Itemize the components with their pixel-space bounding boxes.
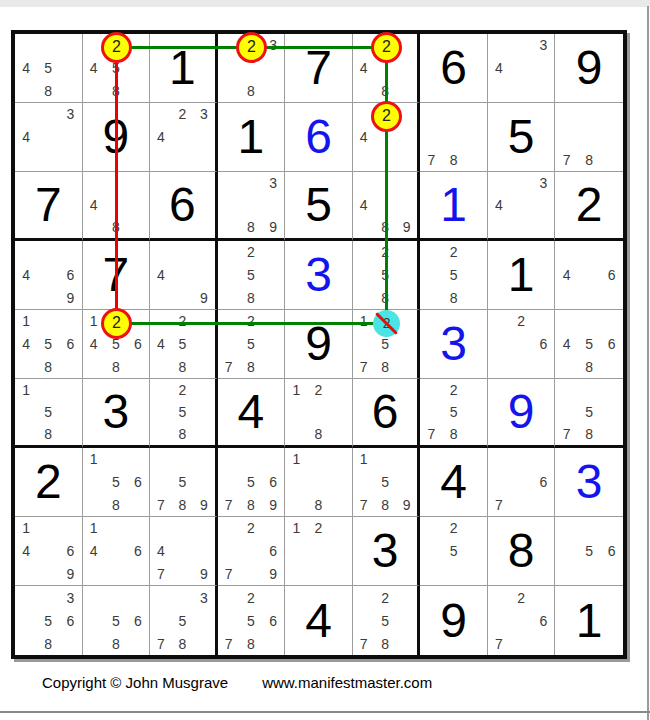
cell-r3c8[interactable]: 34 [488, 172, 556, 241]
candidate-digit: 8 [578, 355, 601, 378]
candidate-digit: 5 [374, 609, 396, 632]
candidate-digit: 8 [374, 632, 396, 655]
candidate-grid: 3568 [15, 586, 82, 655]
candidate-digit: 2 [307, 517, 329, 540]
solved-digit-blue: 3 [576, 458, 603, 506]
candidate-digit: 7 [218, 562, 240, 585]
cell-r8c5[interactable]: 12 [285, 517, 353, 586]
solved-digit: 2 [576, 181, 603, 229]
solved-digit: 1 [238, 113, 265, 161]
candidate-grid: 1469 [15, 517, 82, 585]
footer: Copyright © John Musgrave www.manifestma… [42, 674, 432, 691]
candidate-digit: 8 [240, 216, 262, 238]
candidate-digit: 8 [37, 355, 59, 378]
cell-r5c1[interactable]: 14568 [15, 310, 83, 379]
candidate-digit: 6 [532, 471, 554, 494]
candidate-grid: 234 [150, 103, 215, 171]
cell-r9c6[interactable]: 2578 [353, 586, 421, 655]
candidate-digit: 6 [600, 264, 623, 287]
solved-digit-blue: 1 [440, 181, 467, 229]
candidate-grid: 458 [15, 34, 82, 102]
candidate-digit: 4 [150, 333, 172, 356]
cell-r3c9[interactable]: 2 [555, 172, 623, 241]
candidate-digit: 8 [105, 493, 127, 516]
candidate-grid: 34 [488, 172, 555, 238]
candidate-grid: 389 [218, 172, 285, 238]
solved-digit-blue: 6 [305, 113, 332, 161]
cell-r3c3[interactable]: 6 [150, 172, 218, 241]
candidate-digit: 8 [578, 148, 601, 171]
candidate-digit: 8 [37, 79, 59, 102]
cell-r1c8[interactable]: 34 [488, 34, 556, 103]
candidate-digit: 3 [532, 34, 554, 57]
candidate-grid: 25 [420, 517, 487, 585]
cell-r9c9[interactable]: 1 [555, 586, 623, 655]
candidate-digit: 2 [172, 103, 194, 126]
candidate-digit: 5 [578, 540, 601, 563]
candidate-digit: 4 [488, 57, 510, 80]
candidate-digit: 4 [555, 333, 578, 356]
candidate-digit: 6 [127, 609, 149, 632]
solved-digit: 1 [169, 44, 196, 92]
candidate-digit: 5 [172, 401, 194, 423]
cell-r3c1[interactable]: 7 [15, 172, 83, 241]
cell-r1c9[interactable]: 9 [555, 34, 623, 103]
candidate-grid: 258 [218, 241, 285, 309]
solved-digit: 3 [102, 388, 129, 436]
candidate-digit: 8 [578, 423, 601, 445]
cell-r8c2[interactable]: 146 [83, 517, 151, 586]
candidate-digit: 8 [240, 286, 262, 309]
candidate-digit: 4 [15, 57, 37, 80]
solved-digit: 5 [305, 181, 332, 229]
solved-digit: 2 [35, 458, 62, 506]
candidate-digit: 9 [193, 493, 215, 516]
solved-digit: 9 [576, 44, 603, 92]
candidate-digit: 8 [240, 355, 262, 378]
candidate-digit: 5 [37, 609, 59, 632]
candidate-digit: 1 [83, 310, 105, 333]
cell-r8c1[interactable]: 1469 [15, 517, 83, 586]
candidate-digit: 1 [83, 448, 105, 471]
candidate-digit: 6 [127, 540, 149, 563]
candidate-digit: 7 [150, 493, 172, 516]
cell-r4c8[interactable]: 1 [488, 241, 556, 310]
candidate-digit: 2 [240, 310, 262, 333]
cell-r2c3[interactable]: 234 [150, 103, 218, 172]
cell-r9c4[interactable]: 25678 [218, 586, 286, 655]
candidate-digit: 7 [353, 355, 375, 378]
candidate-digit: 8 [105, 355, 127, 378]
candidate-grid: 258 [353, 241, 418, 309]
cell-r5c8[interactable]: 26 [488, 310, 556, 379]
cell-r7c2[interactable]: 1568 [83, 448, 151, 517]
candidate-grid: 48 [353, 34, 418, 102]
cell-r7c3[interactable]: 5789 [150, 448, 218, 517]
candidate-digit: 4 [83, 194, 105, 216]
candidate-digit: 8 [374, 79, 396, 102]
cell-r2c5[interactable]: 6 [285, 103, 353, 172]
cell-r6c1[interactable]: 158 [15, 379, 83, 448]
candidate-digit: 6 [262, 471, 284, 494]
solved-digit: 8 [508, 527, 535, 575]
cell-r8c7[interactable]: 25 [420, 517, 488, 586]
cell-r5c6[interactable]: 1578 [353, 310, 421, 379]
candidate-digit: 8 [172, 493, 194, 516]
candidate-digit: 1 [15, 379, 37, 401]
cell-r6c9[interactable]: 578 [555, 379, 623, 448]
candidate-digit: 5 [443, 264, 465, 287]
candidate-grid: 67 [488, 448, 555, 516]
candidate-digit: 7 [218, 493, 240, 516]
candidate-grid: 34 [488, 34, 555, 102]
candidate-digit: 8 [307, 493, 329, 516]
candidate-digit: 8 [443, 423, 465, 445]
cell-r4c3[interactable]: 49 [150, 241, 218, 310]
cell-r7c7[interactable]: 4 [420, 448, 488, 517]
candidate-grid: 479 [150, 517, 215, 585]
cell-r4c6[interactable]: 258 [353, 241, 421, 310]
solved-digit: 9 [440, 597, 467, 645]
cell-r9c3[interactable]: 3578 [150, 586, 218, 655]
candidate-grid: 3578 [150, 586, 215, 655]
candidate-digit: 7 [420, 423, 442, 445]
candidate-digit: 2 [443, 379, 465, 401]
candidate-digit: 6 [532, 609, 554, 632]
candidate-digit: 9 [262, 562, 284, 585]
cell-r7c8[interactable]: 67 [488, 448, 556, 517]
cell-r1c2[interactable]: 458 [83, 34, 151, 103]
candidate-digit: 8 [240, 632, 262, 655]
candidate-grid: 56789 [218, 448, 285, 516]
candidate-digit: 5 [105, 471, 127, 494]
candidate-digit: 3 [262, 172, 284, 194]
candidate-digit: 2 [374, 586, 396, 609]
candidate-digit: 4 [353, 194, 375, 216]
candidate-digit: 7 [218, 355, 240, 378]
candidate-digit: 8 [105, 79, 127, 102]
candidate-grid: 78 [555, 103, 623, 171]
candidate-grid: 15789 [353, 448, 418, 516]
candidate-digit: 5 [374, 471, 396, 494]
candidate-digit: 5 [443, 401, 465, 423]
candidate-grid: 2458 [150, 310, 215, 378]
candidate-grid: 267 [488, 586, 555, 655]
candidate-digit: 7 [488, 493, 510, 516]
candidate-digit: 1 [15, 310, 37, 333]
candidate-digit: 5 [37, 333, 59, 356]
candidate-digit: 5 [240, 264, 262, 287]
cell-r3c5[interactable]: 5 [285, 172, 353, 241]
candidate-digit: 6 [59, 540, 81, 563]
candidate-digit: 5 [374, 333, 396, 356]
candidate-digit: 4 [15, 333, 37, 356]
candidate-digit: 8 [37, 632, 59, 655]
candidate-grid: 458 [83, 34, 150, 102]
candidate-digit: 3 [262, 34, 284, 57]
candidate-digit: 2 [172, 379, 194, 401]
candidate-digit: 5 [374, 264, 396, 287]
candidate-grid: 258 [420, 241, 487, 309]
candidate-digit: 1 [285, 448, 307, 471]
footer-copyright: Copyright © John Musgrave [42, 674, 228, 691]
candidate-digit: 9 [59, 286, 81, 309]
candidate-digit: 7 [150, 632, 172, 655]
cell-r2c4[interactable]: 1 [218, 103, 286, 172]
cell-r1c1[interactable]: 458 [15, 34, 83, 103]
cell-r8c6[interactable]: 3 [353, 517, 421, 586]
cell-r4c1[interactable]: 469 [15, 241, 83, 310]
candidate-grid: 1578 [353, 310, 418, 378]
candidate-digit: 6 [59, 333, 81, 356]
candidate-grid: 14568 [15, 310, 82, 378]
cell-r6c2[interactable]: 3 [83, 379, 151, 448]
candidate-digit: 5 [37, 401, 59, 423]
candidate-digit: 9 [262, 216, 284, 238]
candidate-digit: 2 [307, 379, 329, 401]
candidate-digit: 7 [353, 632, 375, 655]
solved-digit: 9 [102, 113, 129, 161]
cell-r1c5[interactable]: 7 [285, 34, 353, 103]
candidate-digit: 3 [193, 103, 215, 126]
candidate-digit: 6 [262, 540, 284, 563]
candidate-digit: 1 [83, 517, 105, 540]
candidate-grid: 34 [15, 103, 82, 171]
cell-r1c3[interactable]: 1 [150, 34, 218, 103]
cell-r7c9[interactable]: 3 [555, 448, 623, 517]
candidate-grid: 2578 [420, 379, 487, 445]
cell-r4c4[interactable]: 258 [218, 241, 286, 310]
candidate-digit: 7 [218, 632, 240, 655]
candidate-digit: 5 [105, 57, 127, 80]
solved-digit: 4 [238, 388, 265, 436]
cell-r5c3[interactable]: 2458 [150, 310, 218, 379]
candidate-digit: 6 [600, 540, 623, 563]
solved-digit: 9 [305, 320, 332, 368]
cell-r1c4[interactable]: 38 [218, 34, 286, 103]
solved-digit-blue: 3 [440, 320, 467, 368]
cell-r7c1[interactable]: 2 [15, 448, 83, 517]
solved-digit: 4 [305, 597, 332, 645]
cell-r4c2[interactable]: 7 [83, 241, 151, 310]
solved-digit: 3 [372, 527, 399, 575]
candidate-digit: 4 [83, 333, 105, 356]
candidate-grid: 56 [555, 517, 623, 585]
candidate-digit: 5 [578, 333, 601, 356]
candidate-digit: 2 [374, 241, 396, 264]
cell-r1c6[interactable]: 48 [353, 34, 421, 103]
cell-r7c5[interactable]: 18 [285, 448, 353, 517]
cell-r8c8[interactable]: 8 [488, 517, 556, 586]
cell-r6c6[interactable]: 6 [353, 379, 421, 448]
candidate-grid: 2578 [353, 586, 418, 655]
candidate-digit: 4 [15, 540, 37, 563]
candidate-digit: 1 [353, 310, 375, 333]
candidate-grid: 25678 [218, 586, 285, 655]
candidate-digit: 5 [240, 471, 262, 494]
candidate-digit: 9 [193, 286, 215, 309]
cell-r2c1[interactable]: 34 [15, 103, 83, 172]
candidate-digit: 7 [555, 423, 578, 445]
candidate-digit: 9 [193, 562, 215, 585]
candidate-digit: 8 [443, 286, 465, 309]
candidate-digit: 8 [374, 286, 396, 309]
solved-digit-blue: 3 [305, 251, 332, 299]
cell-r3c2[interactable]: 48 [83, 172, 151, 241]
top-strip [0, 0, 650, 7]
candidate-grid: 489 [353, 172, 418, 238]
candidate-digit: 5 [240, 333, 262, 356]
solved-digit: 4 [440, 458, 467, 506]
candidate-digit: 4 [150, 126, 172, 149]
cell-r2c6[interactable]: 4 [353, 103, 421, 172]
footer-url[interactable]: www.manifestmaster.com [262, 674, 432, 691]
cell-r3c6[interactable]: 489 [353, 172, 421, 241]
cell-r5c9[interactable]: 4568 [555, 310, 623, 379]
cell-r6c3[interactable]: 258 [150, 379, 218, 448]
pane-border-bottom [0, 711, 650, 713]
cell-r6c4[interactable]: 4 [218, 379, 286, 448]
candidate-digit: 2 [240, 586, 262, 609]
candidate-digit: 9 [396, 493, 418, 516]
solved-digit: 7 [305, 44, 332, 92]
solved-digit: 1 [576, 597, 603, 645]
candidate-grid: 18 [285, 448, 352, 516]
candidate-digit: 8 [240, 79, 262, 102]
sudoku-board: 4584581387486349349234164785787486389548… [11, 30, 627, 659]
cell-r9c8[interactable]: 267 [488, 586, 556, 655]
candidate-digit: 4 [83, 57, 105, 80]
candidate-digit: 4 [555, 264, 578, 287]
candidate-digit: 5 [105, 333, 127, 356]
candidate-grid: 5789 [150, 448, 215, 516]
candidate-digit: 1 [15, 517, 37, 540]
candidate-digit: 8 [37, 423, 59, 445]
cell-r2c7[interactable]: 78 [420, 103, 488, 172]
cell-r7c6[interactable]: 15789 [353, 448, 421, 517]
candidate-digit: 6 [262, 609, 284, 632]
cell-r9c5[interactable]: 4 [285, 586, 353, 655]
candidate-digit: 7 [555, 148, 578, 171]
candidate-grid: 46 [555, 241, 623, 309]
candidate-digit: 2 [172, 310, 194, 333]
cell-r1c7[interactable]: 6 [420, 34, 488, 103]
candidate-digit: 2 [510, 310, 532, 333]
candidate-digit: 5 [578, 401, 601, 423]
cell-r9c2[interactable]: 568 [83, 586, 151, 655]
candidate-digit: 3 [532, 172, 554, 194]
cell-r2c8[interactable]: 5 [488, 103, 556, 172]
candidate-grid: 2679 [218, 517, 285, 585]
candidate-digit: 3 [59, 103, 81, 126]
cell-r2c2[interactable]: 9 [83, 103, 151, 172]
cell-r7c4[interactable]: 56789 [218, 448, 286, 517]
candidate-grid: 12 [285, 517, 352, 585]
pane-border-right [647, 6, 649, 720]
candidate-digit: 4 [353, 126, 375, 149]
candidate-digit: 1 [285, 517, 307, 540]
solved-digit: 6 [372, 388, 399, 436]
cell-r5c2[interactable]: 14568 [83, 310, 151, 379]
candidate-digit: 2 [443, 517, 465, 540]
candidate-grid: 4 [353, 103, 418, 171]
candidate-digit: 2 [443, 241, 465, 264]
candidate-digit: 9 [59, 562, 81, 585]
candidate-grid: 469 [15, 241, 82, 309]
candidate-digit: 1 [285, 379, 307, 401]
solved-digit: 6 [440, 44, 467, 92]
cell-r4c9[interactable]: 46 [555, 241, 623, 310]
candidate-digit: 7 [420, 148, 442, 171]
cell-r9c1[interactable]: 3568 [15, 586, 83, 655]
cell-r6c5[interactable]: 128 [285, 379, 353, 448]
cell-r8c4[interactable]: 2679 [218, 517, 286, 586]
cell-r3c4[interactable]: 389 [218, 172, 286, 241]
candidate-digit: 4 [488, 194, 510, 216]
candidate-digit: 6 [59, 609, 81, 632]
candidate-digit: 8 [240, 493, 262, 516]
candidate-grid: 14568 [83, 310, 150, 378]
cell-r3c7[interactable]: 1 [420, 172, 488, 241]
candidate-digit: 8 [105, 216, 127, 238]
candidate-digit: 4 [150, 540, 172, 563]
solved-digit: 7 [102, 251, 129, 299]
candidate-grid: 258 [150, 379, 215, 445]
candidate-digit: 6 [600, 333, 623, 356]
solved-digit: 6 [169, 181, 196, 229]
cell-r6c7[interactable]: 2578 [420, 379, 488, 448]
cell-r8c9[interactable]: 56 [555, 517, 623, 586]
cell-r5c7[interactable]: 3 [420, 310, 488, 379]
candidate-digit: 4 [150, 264, 172, 287]
candidate-grid: 128 [285, 379, 352, 445]
cell-r4c5[interactable]: 3 [285, 241, 353, 310]
candidate-digit: 9 [396, 216, 418, 238]
cell-r2c9[interactable]: 78 [555, 103, 623, 172]
candidate-grid: 78 [420, 103, 487, 171]
candidate-grid: 38 [218, 34, 285, 102]
candidate-grid: 1568 [83, 448, 150, 516]
cell-r6c8[interactable]: 9 [488, 379, 556, 448]
candidate-grid: 146 [83, 517, 150, 585]
candidate-digit: 8 [172, 632, 194, 655]
candidate-digit: 5 [105, 609, 127, 632]
candidate-digit: 5 [443, 540, 465, 563]
cell-r4c7[interactable]: 258 [420, 241, 488, 310]
cell-r5c4[interactable]: 2578 [218, 310, 286, 379]
candidate-digit: 5 [172, 471, 194, 494]
candidate-digit: 2 [510, 586, 532, 609]
candidate-digit: 6 [59, 264, 81, 287]
candidate-digit: 5 [37, 57, 59, 80]
candidate-digit: 8 [105, 632, 127, 655]
cell-r9c7[interactable]: 9 [420, 586, 488, 655]
candidate-grid: 26 [488, 310, 555, 378]
candidate-digit: 7 [150, 562, 172, 585]
candidate-digit: 9 [262, 493, 284, 516]
candidate-digit: 2 [240, 241, 262, 264]
cell-r5c5[interactable]: 9 [285, 310, 353, 379]
candidate-digit: 8 [374, 355, 396, 378]
candidate-grid: 49 [150, 241, 215, 309]
candidate-grid: 568 [83, 586, 150, 655]
candidate-digit: 2 [240, 517, 262, 540]
candidate-grid: 48 [83, 172, 150, 238]
candidate-digit: 8 [374, 493, 396, 516]
candidate-digit: 6 [127, 471, 149, 494]
candidate-digit: 8 [172, 355, 194, 378]
cell-r8c3[interactable]: 479 [150, 517, 218, 586]
